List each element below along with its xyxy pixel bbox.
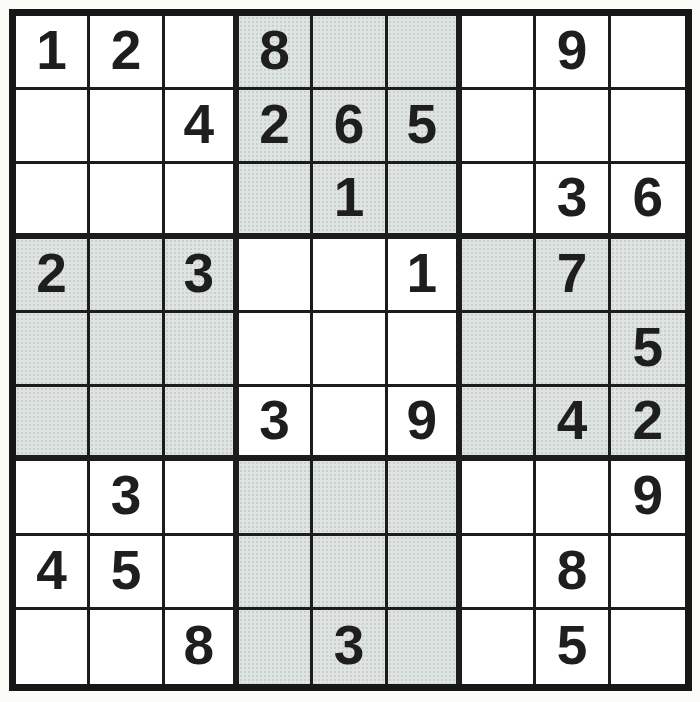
- sudoku-cell-r7c8[interactable]: [536, 461, 610, 535]
- sudoku-cell-r5c2[interactable]: [90, 313, 164, 387]
- given-digit: 2: [111, 23, 142, 78]
- given-digit: 9: [407, 393, 438, 448]
- sudoku-cell-r1c7[interactable]: [462, 16, 536, 90]
- sudoku-cell-r7c5[interactable]: [313, 461, 387, 535]
- sudoku-cell-r4c1[interactable]: 2: [16, 239, 90, 313]
- sudoku-cell-r8c9[interactable]: [611, 536, 685, 610]
- sudoku-cell-r2c9[interactable]: [611, 90, 685, 164]
- sudoku-cell-r9c6[interactable]: [388, 610, 462, 684]
- sudoku-cell-r2c8[interactable]: [536, 90, 610, 164]
- given-digit: 4: [36, 543, 67, 598]
- sudoku-cell-r2c3[interactable]: 4: [165, 90, 239, 164]
- given-digit: 9: [633, 468, 664, 523]
- sudoku-cell-r7c2[interactable]: 3: [90, 461, 164, 535]
- given-digit: 5: [111, 543, 142, 598]
- sudoku-cell-r1c4[interactable]: 8: [239, 16, 313, 90]
- sudoku-cell-r3c6[interactable]: [388, 164, 462, 238]
- sudoku-cell-r6c7[interactable]: [462, 387, 536, 461]
- sudoku-cell-r8c7[interactable]: [462, 536, 536, 610]
- sudoku-cell-r8c4[interactable]: [239, 536, 313, 610]
- sudoku-cell-r9c5[interactable]: 3: [313, 610, 387, 684]
- sudoku-cell-r4c4[interactable]: [239, 239, 313, 313]
- sudoku-cell-r5c1[interactable]: [16, 313, 90, 387]
- given-digit: 4: [184, 97, 215, 152]
- sudoku-cell-r7c1[interactable]: [16, 461, 90, 535]
- sudoku-cell-r3c7[interactable]: [462, 164, 536, 238]
- given-digit: 8: [184, 618, 215, 673]
- sudoku-cell-r8c8[interactable]: 8: [536, 536, 610, 610]
- sudoku-cell-r9c7[interactable]: [462, 610, 536, 684]
- sudoku-cell-r6c1[interactable]: [16, 387, 90, 461]
- given-digit: 3: [557, 170, 588, 225]
- sudoku-cell-r3c4[interactable]: [239, 164, 313, 238]
- sudoku-cell-r8c5[interactable]: [313, 536, 387, 610]
- sudoku-cell-r7c9[interactable]: 9: [611, 461, 685, 535]
- sudoku-cell-r9c2[interactable]: [90, 610, 164, 684]
- given-digit: 5: [633, 320, 664, 375]
- sudoku-cell-r7c7[interactable]: [462, 461, 536, 535]
- sudoku-cell-r5c6[interactable]: [388, 313, 462, 387]
- given-digit: 3: [334, 618, 365, 673]
- given-digit: 2: [36, 246, 67, 301]
- sudoku-cell-r2c7[interactable]: [462, 90, 536, 164]
- sudoku-cell-r4c8[interactable]: 7: [536, 239, 610, 313]
- sudoku-cell-r1c1[interactable]: 1: [16, 16, 90, 90]
- sudoku-cell-r7c4[interactable]: [239, 461, 313, 535]
- given-digit: 8: [259, 23, 290, 78]
- sudoku-cell-r6c4[interactable]: 3: [239, 387, 313, 461]
- sudoku-cell-r7c3[interactable]: [165, 461, 239, 535]
- sudoku-cell-r5c5[interactable]: [313, 313, 387, 387]
- sudoku-cell-r6c9[interactable]: 2: [611, 387, 685, 461]
- sudoku-cell-r8c6[interactable]: [388, 536, 462, 610]
- sudoku-cell-r2c6[interactable]: 5: [388, 90, 462, 164]
- sudoku-cell-r9c8[interactable]: 5: [536, 610, 610, 684]
- sudoku-cell-r9c1[interactable]: [16, 610, 90, 684]
- sudoku-cell-r4c5[interactable]: [313, 239, 387, 313]
- sudoku-cell-r1c2[interactable]: 2: [90, 16, 164, 90]
- sudoku-cell-r5c3[interactable]: [165, 313, 239, 387]
- sudoku-cell-r6c6[interactable]: 9: [388, 387, 462, 461]
- sudoku-cell-r8c2[interactable]: 5: [90, 536, 164, 610]
- sudoku-cell-r4c2[interactable]: [90, 239, 164, 313]
- sudoku-cell-r9c3[interactable]: 8: [165, 610, 239, 684]
- sudoku-cell-r3c3[interactable]: [165, 164, 239, 238]
- sudoku-cell-r6c2[interactable]: [90, 387, 164, 461]
- sudoku-cell-r7c6[interactable]: [388, 461, 462, 535]
- sudoku-cell-r2c4[interactable]: 2: [239, 90, 313, 164]
- sudoku-cell-r4c6[interactable]: 1: [388, 239, 462, 313]
- given-digit: 1: [407, 246, 438, 301]
- sudoku-cell-r4c7[interactable]: [462, 239, 536, 313]
- sudoku-cell-r2c2[interactable]: [90, 90, 164, 164]
- sudoku-cell-r4c3[interactable]: 3: [165, 239, 239, 313]
- sudoku-cell-r1c6[interactable]: [388, 16, 462, 90]
- sudoku-cell-r1c9[interactable]: [611, 16, 685, 90]
- given-digit: 1: [36, 23, 67, 78]
- sudoku-cell-r3c1[interactable]: [16, 164, 90, 238]
- sudoku-cell-r2c5[interactable]: 6: [313, 90, 387, 164]
- given-digit: 6: [334, 97, 365, 152]
- sudoku-cell-r3c9[interactable]: 6: [611, 164, 685, 238]
- given-digit: 8: [557, 543, 588, 598]
- sudoku-cell-r1c5[interactable]: [313, 16, 387, 90]
- given-digit: 3: [184, 246, 215, 301]
- sudoku-cell-r9c4[interactable]: [239, 610, 313, 684]
- sudoku-cell-r9c9[interactable]: [611, 610, 685, 684]
- sudoku-cell-r4c9[interactable]: [611, 239, 685, 313]
- given-digit: 5: [557, 618, 588, 673]
- given-digit: 5: [407, 97, 438, 152]
- sudoku-cell-r8c3[interactable]: [165, 536, 239, 610]
- sudoku-cell-r6c5[interactable]: [313, 387, 387, 461]
- sudoku-cell-r5c8[interactable]: [536, 313, 610, 387]
- sudoku-cell-r5c4[interactable]: [239, 313, 313, 387]
- given-digit: 7: [557, 246, 588, 301]
- sudoku-cell-r3c8[interactable]: 3: [536, 164, 610, 238]
- given-digit: 1: [334, 170, 365, 225]
- given-digit: 6: [633, 170, 664, 225]
- sudoku-cell-r2c1[interactable]: [16, 90, 90, 164]
- sudoku-cell-r3c5[interactable]: 1: [313, 164, 387, 238]
- sudoku-board: 1289426513623175394239458835: [9, 9, 692, 691]
- given-digit: 4: [557, 393, 588, 448]
- given-digit: 2: [633, 393, 664, 448]
- given-digit: 3: [111, 468, 142, 523]
- given-digit: 2: [259, 97, 290, 152]
- sudoku-cell-r6c8[interactable]: 4: [536, 387, 610, 461]
- given-digit: 9: [557, 23, 588, 78]
- sudoku-cell-r1c8[interactable]: 9: [536, 16, 610, 90]
- sudoku-cell-r5c9[interactable]: 5: [611, 313, 685, 387]
- sudoku-cell-r5c7[interactable]: [462, 313, 536, 387]
- given-digit: 3: [259, 393, 290, 448]
- sudoku-cell-r3c2[interactable]: [90, 164, 164, 238]
- sudoku-cell-r1c3[interactable]: [165, 16, 239, 90]
- sudoku-cell-r8c1[interactable]: 4: [16, 536, 90, 610]
- sudoku-cell-r6c3[interactable]: [165, 387, 239, 461]
